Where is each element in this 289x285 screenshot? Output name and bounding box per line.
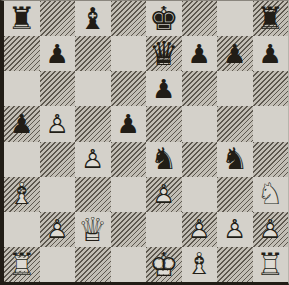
white-knight: ♞♘ [253, 177, 289, 212]
square-a6[interactable] [4, 71, 40, 106]
square-a8[interactable]: ♜ [4, 1, 40, 36]
white-pawn: ♟♙ [253, 212, 289, 247]
square-g3[interactable] [217, 177, 253, 212]
square-d4[interactable] [111, 142, 147, 177]
square-c7[interactable] [75, 36, 111, 71]
square-d6[interactable] [111, 71, 147, 106]
square-a4[interactable] [4, 142, 40, 177]
square-d3[interactable] [111, 177, 147, 212]
square-g8[interactable] [217, 1, 253, 36]
black-pawn: ♟ [217, 36, 253, 71]
white-pawn: ♟♙ [75, 142, 111, 177]
square-g5[interactable] [217, 106, 253, 141]
square-h5[interactable] [253, 106, 289, 141]
black-queen: ♛ [146, 36, 182, 71]
square-h2[interactable]: ♟♙ [253, 212, 289, 247]
square-a7[interactable] [4, 36, 40, 71]
square-b2[interactable]: ♟♙ [40, 212, 76, 247]
board-frame: ♜♝♚♜♟♛♟♟♟♟♟♟♙♟♟♙♞♞♝♗♟♙♞♘♟♙♛♕♟♙♟♙♟♙♜♖♚♔♝♗… [0, 0, 289, 285]
square-f3[interactable] [182, 177, 218, 212]
black-king: ♚ [146, 1, 182, 36]
black-pawn: ♟ [146, 71, 182, 106]
square-h6[interactable] [253, 71, 289, 106]
black-pawn: ♟ [4, 106, 40, 141]
black-knight: ♞ [146, 142, 182, 177]
square-h7[interactable]: ♟ [253, 36, 289, 71]
square-g6[interactable] [217, 71, 253, 106]
square-a3[interactable]: ♝♗ [4, 177, 40, 212]
black-pawn: ♟ [40, 36, 76, 71]
white-rook: ♜♖ [253, 247, 289, 282]
square-g1[interactable] [217, 247, 253, 282]
square-c3[interactable] [75, 177, 111, 212]
square-h4[interactable] [253, 142, 289, 177]
white-queen: ♛♕ [75, 212, 111, 247]
square-g2[interactable]: ♟♙ [217, 212, 253, 247]
square-h8[interactable]: ♜ [253, 1, 289, 36]
square-f8[interactable] [182, 1, 218, 36]
square-e4[interactable]: ♞ [146, 142, 182, 177]
square-d5[interactable]: ♟ [111, 106, 147, 141]
square-e5[interactable] [146, 106, 182, 141]
square-e3[interactable]: ♟♙ [146, 177, 182, 212]
square-c1[interactable] [75, 247, 111, 282]
black-bishop: ♝ [75, 1, 111, 36]
square-c6[interactable] [75, 71, 111, 106]
square-h1[interactable]: ♜♖ [253, 247, 289, 282]
square-c8[interactable]: ♝ [75, 1, 111, 36]
square-g4[interactable]: ♞ [217, 142, 253, 177]
square-b5[interactable]: ♟♙ [40, 106, 76, 141]
square-e8[interactable]: ♚ [146, 1, 182, 36]
square-e6[interactable]: ♟ [146, 71, 182, 106]
square-e7[interactable]: ♛ [146, 36, 182, 71]
square-a1[interactable]: ♜♖ [4, 247, 40, 282]
square-c4[interactable]: ♟♙ [75, 142, 111, 177]
square-h3[interactable]: ♞♘ [253, 177, 289, 212]
square-b7[interactable]: ♟ [40, 36, 76, 71]
white-pawn: ♟♙ [217, 212, 253, 247]
square-a5[interactable]: ♟ [4, 106, 40, 141]
square-f6[interactable] [182, 71, 218, 106]
square-f7[interactable]: ♟ [182, 36, 218, 71]
white-pawn: ♟♙ [146, 177, 182, 212]
white-pawn: ♟♙ [40, 106, 76, 141]
square-f4[interactable] [182, 142, 218, 177]
black-pawn: ♟ [111, 106, 147, 141]
white-pawn: ♟♙ [182, 212, 218, 247]
black-rook: ♜ [4, 1, 40, 36]
white-bishop: ♝♗ [4, 177, 40, 212]
square-f1[interactable]: ♝♗ [182, 247, 218, 282]
square-d2[interactable] [111, 212, 147, 247]
square-f2[interactable]: ♟♙ [182, 212, 218, 247]
white-rook: ♜♖ [4, 247, 40, 282]
square-a2[interactable] [4, 212, 40, 247]
square-e1[interactable]: ♚♔ [146, 247, 182, 282]
black-pawn: ♟ [253, 36, 289, 71]
black-rook: ♜ [253, 1, 289, 36]
white-king: ♚♔ [146, 247, 182, 282]
square-e2[interactable] [146, 212, 182, 247]
square-f5[interactable] [182, 106, 218, 141]
square-b6[interactable] [40, 71, 76, 106]
square-g7[interactable]: ♟ [217, 36, 253, 71]
square-b1[interactable] [40, 247, 76, 282]
square-d1[interactable] [111, 247, 147, 282]
square-c5[interactable] [75, 106, 111, 141]
square-b8[interactable] [40, 1, 76, 36]
chessboard: ♜♝♚♜♟♛♟♟♟♟♟♟♙♟♟♙♞♞♝♗♟♙♞♘♟♙♛♕♟♙♟♙♟♙♜♖♚♔♝♗… [4, 1, 288, 282]
square-d8[interactable] [111, 1, 147, 36]
black-pawn: ♟ [182, 36, 218, 71]
square-b4[interactable] [40, 142, 76, 177]
white-pawn: ♟♙ [40, 212, 76, 247]
square-b3[interactable] [40, 177, 76, 212]
square-c2[interactable]: ♛♕ [75, 212, 111, 247]
white-bishop: ♝♗ [182, 247, 218, 282]
square-d7[interactable] [111, 36, 147, 71]
black-knight: ♞ [217, 142, 253, 177]
